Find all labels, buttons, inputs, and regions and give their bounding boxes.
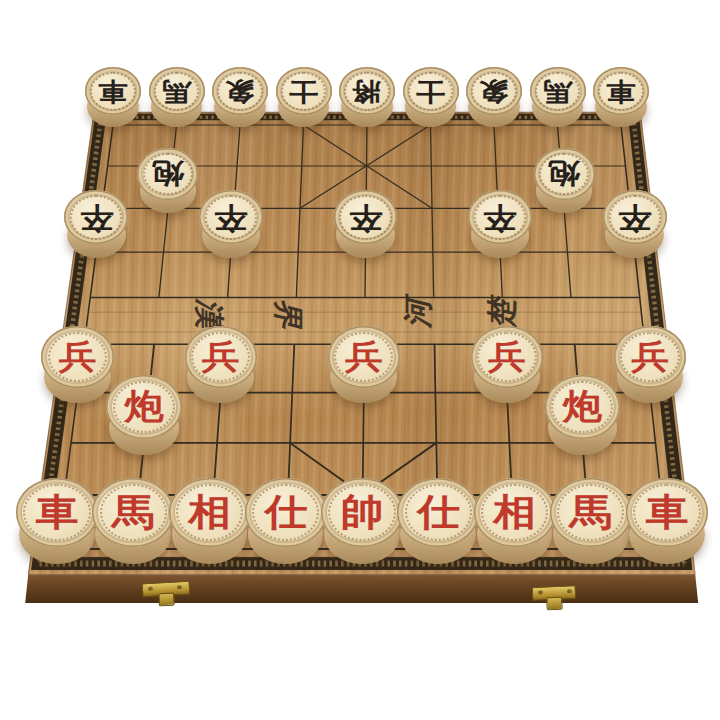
brass-latch-left [142,581,191,597]
piece-black-general[interactable]: 將 [339,67,395,126]
piece-character: 車 [606,78,635,104]
piece-red-cannon[interactable]: 炮 [545,375,621,455]
piece-top-face: 象 [212,67,268,115]
piece-top-face: 相 [474,478,556,548]
piece-red-cannon[interactable]: 炮 [106,375,182,455]
piece-top-face: 仕 [245,478,327,548]
piece-character: 兵 [202,340,240,373]
piece-black-cannon[interactable]: 炮 [137,148,198,213]
piece-character: 兵 [631,340,669,373]
piece-top-face: 馬 [530,67,586,115]
piece-black-horse[interactable]: 馬 [149,67,205,126]
piece-red-advisor[interactable]: 仕 [397,478,479,565]
piece-character: 兵 [488,340,526,373]
piece-top-face: 將 [339,67,395,115]
piece-character: 帥 [341,494,384,531]
piece-top-face: 象 [466,67,522,115]
piece-red-elephant[interactable]: 相 [474,478,556,565]
piece-top-face: 卒 [468,190,532,244]
piece-red-advisor[interactable]: 仕 [245,478,327,565]
piece-top-face: 士 [276,67,332,115]
piece-black-cannon[interactable]: 炮 [534,148,595,213]
piece-black-soldier[interactable]: 卒 [199,190,263,258]
piece-top-face: 馬 [149,67,205,115]
piece-red-chariot[interactable]: 車 [16,478,98,565]
piece-black-chariot[interactable]: 車 [593,67,649,126]
piece-red-soldier[interactable]: 兵 [41,326,113,403]
piece-top-face: 帥 [321,478,403,548]
piece-red-horse[interactable]: 馬 [92,478,174,565]
piece-character: 車 [98,78,127,104]
piece-top-face: 炮 [545,375,621,439]
piece-character: 炮 [548,160,580,188]
piece-black-elephant[interactable]: 象 [466,67,522,126]
piece-top-face: 仕 [397,478,479,548]
piece-top-face: 炮 [106,375,182,439]
piece-black-elephant[interactable]: 象 [212,67,268,126]
xiangqi-set-photo: 漢界河楚 車馬象士將士象馬車炮炮卒卒卒卒卒兵兵兵兵兵炮炮車馬相仕帥仕相馬車 [0,0,720,720]
piece-top-face: 炮 [534,148,595,200]
piece-character: 兵 [59,340,97,373]
piece-red-soldier[interactable]: 兵 [185,326,257,403]
piece-top-face: 兵 [614,326,686,387]
piece-character: 馬 [543,78,572,104]
piece-top-face: 兵 [328,326,400,387]
piece-top-face: 車 [593,67,649,115]
piece-character: 卒 [618,203,651,232]
piece-black-soldier[interactable]: 卒 [64,190,128,258]
piece-black-horse[interactable]: 馬 [530,67,586,126]
piece-character: 炮 [124,390,163,425]
piece-character: 仕 [264,494,307,531]
piece-top-face: 士 [403,67,459,115]
piece-red-soldier[interactable]: 兵 [328,326,400,403]
piece-top-face: 兵 [41,326,113,387]
piece-black-soldier[interactable]: 卒 [468,190,532,258]
piece-character: 馬 [570,494,613,531]
piece-character: 將 [352,78,381,104]
river-label-jie: 界 [271,299,306,331]
piece-black-advisor[interactable]: 士 [276,67,332,126]
piece-character: 馬 [112,494,155,531]
piece-top-face: 相 [169,478,251,548]
piece-top-face: 兵 [185,326,257,387]
piece-red-elephant[interactable]: 相 [169,478,251,565]
piece-character: 相 [188,494,231,531]
piece-character: 兵 [345,340,383,373]
piece-top-face: 卒 [603,190,667,244]
piece-top-face: 車 [16,478,98,548]
piece-top-face: 馬 [550,478,632,548]
piece-character: 卒 [214,203,247,232]
piece-black-soldier[interactable]: 卒 [603,190,667,258]
piece-top-face: 車 [626,478,708,548]
piece-red-soldier[interactable]: 兵 [471,326,543,403]
piece-character: 象 [479,78,508,104]
piece-red-chariot[interactable]: 車 [626,478,708,565]
piece-character: 士 [416,78,445,104]
piece-red-horse[interactable]: 馬 [550,478,632,565]
piece-top-face: 炮 [137,148,198,200]
piece-character: 炮 [563,390,602,425]
piece-red-general[interactable]: 帥 [321,478,403,565]
piece-character: 士 [289,78,318,104]
piece-red-soldier[interactable]: 兵 [614,326,686,403]
board-side-face [25,575,698,603]
piece-top-face: 卒 [199,190,263,244]
piece-black-chariot[interactable]: 車 [85,67,141,126]
piece-black-advisor[interactable]: 士 [403,67,459,126]
piece-character: 馬 [162,78,191,104]
piece-character: 卒 [483,203,516,232]
piece-character: 車 [36,494,79,531]
piece-black-soldier[interactable]: 卒 [334,190,398,258]
piece-character: 卒 [349,203,382,232]
piece-character: 相 [493,494,536,531]
piece-character: 車 [646,494,689,531]
river-label-chu: 楚 [484,294,519,330]
piece-character: 炮 [152,160,184,188]
piece-character: 卒 [80,203,113,232]
piece-character: 仕 [417,494,460,531]
brass-latch-right [532,585,577,601]
piece-top-face: 車 [85,67,141,115]
piece-top-face: 兵 [471,326,543,387]
piece-character: 象 [225,78,254,104]
piece-top-face: 馬 [92,478,174,548]
